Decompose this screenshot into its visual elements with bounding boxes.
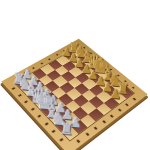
camera-tilt: ♜♞♝♛♚♝♞♜♟♟♟♟♟♟♟♟♟♟♟♟♟♟♟♟♜♞♝♛♚♝♞♜: [0, 0, 150, 150]
border-pin-dot: [45, 122, 49, 125]
border-pin-dot: [48, 58, 51, 60]
border-pin-dot: [132, 98, 135, 101]
border-pin-dot: [38, 115, 42, 118]
border-pin-dot: [94, 126, 98, 129]
border-pin-dot: [12, 87, 15, 90]
border-pin-dot: [125, 103, 128, 106]
square-h8: ♜: [119, 87, 134, 99]
perspective-scene: ♜♞♝♛♚♝♞♜♟♟♟♟♟♟♟♟♟♟♟♟♟♟♟♟♜♞♝♛♚♝♞♜: [0, 0, 150, 150]
border-pin-dot: [117, 74, 120, 76]
border-pin-dot: [25, 101, 29, 104]
border-pin-dot: [40, 62, 43, 64]
square-b1: ♞: [21, 84, 36, 96]
border-pin-dot: [70, 46, 73, 48]
square-e8: ♚: [97, 69, 111, 80]
border-pin-dot: [110, 114, 114, 117]
border-pin-dot: [76, 139, 80, 142]
chess-board: ♜♞♝♛♚♝♞♜♟♟♟♟♟♟♟♟♟♟♟♟♟♟♟♟♜♞♝♛♚♝♞♜: [1, 39, 148, 150]
border-pin-dot: [63, 50, 66, 52]
border-pin-dot: [52, 130, 56, 133]
border-pin-dot: [103, 63, 106, 65]
border-pin-dot: [15, 76, 18, 78]
border-pin-dot: [32, 67, 35, 69]
board-grid: ♜♞♝♛♚♝♞♜♟♟♟♟♟♟♟♟♟♟♟♟♟♟♟♟♜♞♝♛♚♝♞♜: [15, 47, 133, 140]
border-pin-dot: [85, 133, 89, 136]
border-pin-dot: [96, 57, 99, 59]
border-pin-dot: [102, 120, 106, 123]
border-pin-dot: [31, 107, 35, 110]
border-pin-dot: [83, 47, 86, 49]
border-pin-dot: [18, 94, 21, 97]
border-pin-dot: [24, 71, 27, 73]
border-pin-dot: [124, 80, 127, 82]
silver-rook: ♜: [12, 71, 26, 86]
square-b3: [39, 74, 54, 85]
border-pin-dot: [60, 138, 64, 141]
border-pin-dot: [110, 68, 113, 70]
border-pin-dot: [132, 86, 135, 89]
border-pin-dot: [118, 109, 122, 112]
product-photo: ♜♞♝♛♚♝♞♜♟♟♟♟♟♟♟♟♟♟♟♟♟♟♟♟♜♞♝♛♚♝♞♜: [0, 0, 150, 150]
border-pin-dot: [55, 54, 58, 56]
border-pin-dot: [90, 52, 93, 54]
